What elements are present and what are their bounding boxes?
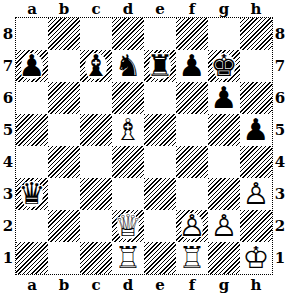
square-d6[interactable] xyxy=(112,82,144,114)
rank-labels-left: 87654321 xyxy=(0,18,16,274)
square-d8[interactable] xyxy=(112,18,144,50)
white-pawn-h3: ♙ xyxy=(240,178,272,210)
square-h4[interactable] xyxy=(240,146,272,178)
square-c3[interactable] xyxy=(80,178,112,210)
piece-glyph: ♞ xyxy=(115,50,142,82)
square-h6[interactable] xyxy=(240,82,272,114)
piece-glyph: ♗ xyxy=(115,114,142,146)
piece-glyph: ♚ xyxy=(211,50,238,82)
file-label-bottom-g: g xyxy=(208,274,240,295)
square-b4[interactable] xyxy=(48,146,80,178)
file-label-bottom-a: a xyxy=(16,274,48,295)
square-c5[interactable] xyxy=(80,114,112,146)
white-rook-f1: ♖ xyxy=(176,242,208,274)
square-a6[interactable] xyxy=(16,82,48,114)
square-g6[interactable]: ♟ xyxy=(208,82,240,114)
rank-label-left-1: 1 xyxy=(0,242,16,274)
square-c4[interactable] xyxy=(80,146,112,178)
rank-labels-right: 87654321 xyxy=(272,18,288,274)
square-h3[interactable]: ♙ xyxy=(240,178,272,210)
file-label-top-g: g xyxy=(208,0,240,18)
square-a4[interactable] xyxy=(16,146,48,178)
square-c2[interactable] xyxy=(80,210,112,242)
file-label-bottom-c: c xyxy=(80,274,112,295)
square-c6[interactable] xyxy=(80,82,112,114)
rank-label-left-7: 7 xyxy=(0,50,16,82)
file-label-top-c: c xyxy=(80,0,112,18)
square-h5[interactable]: ♟ xyxy=(240,114,272,146)
square-d5[interactable]: ♗ xyxy=(112,114,144,146)
square-f6[interactable] xyxy=(176,82,208,114)
file-label-top-a: a xyxy=(16,0,48,18)
chess-board: ♟♝♞♜♟♚♟♗♟♛♙♕♙♙♖♖♔ xyxy=(16,18,272,274)
rank-label-right-6: 6 xyxy=(272,82,288,114)
square-c7[interactable]: ♝ xyxy=(80,50,112,82)
black-knight-d7: ♞ xyxy=(112,50,144,82)
rank-label-left-5: 5 xyxy=(0,114,16,146)
file-label-top-h: h xyxy=(240,0,272,18)
rank-label-right-1: 1 xyxy=(272,242,288,274)
square-f7[interactable]: ♟ xyxy=(176,50,208,82)
black-rook-e7: ♜ xyxy=(144,50,176,82)
square-f8[interactable] xyxy=(176,18,208,50)
file-label-top-b: b xyxy=(48,0,80,18)
square-b3[interactable] xyxy=(48,178,80,210)
rank-label-left-8: 8 xyxy=(0,18,16,50)
square-f1[interactable]: ♖ xyxy=(176,242,208,274)
piece-glyph: ♖ xyxy=(179,242,206,274)
square-h8[interactable] xyxy=(240,18,272,50)
square-g7[interactable]: ♚ xyxy=(208,50,240,82)
rank-label-left-6: 6 xyxy=(0,82,16,114)
piece-glyph: ♖ xyxy=(115,242,142,274)
file-label-bottom-b: b xyxy=(48,274,80,295)
square-e8[interactable] xyxy=(144,18,176,50)
file-label-bottom-d: d xyxy=(112,274,144,295)
square-e1[interactable] xyxy=(144,242,176,274)
white-bishop-d5: ♗ xyxy=(112,114,144,146)
rank-label-right-7: 7 xyxy=(272,50,288,82)
black-pawn-h5: ♟ xyxy=(240,114,272,146)
piece-glyph: ♟ xyxy=(179,50,206,82)
file-label-top-d: d xyxy=(112,0,144,18)
square-f5[interactable] xyxy=(176,114,208,146)
square-d7[interactable]: ♞ xyxy=(112,50,144,82)
square-b6[interactable] xyxy=(48,82,80,114)
rank-label-left-3: 3 xyxy=(0,178,16,210)
piece-glyph: ♙ xyxy=(179,210,206,242)
square-f3[interactable] xyxy=(176,178,208,210)
piece-glyph: ♜ xyxy=(147,50,174,82)
square-a7[interactable]: ♟ xyxy=(16,50,48,82)
white-queen-d2: ♕ xyxy=(112,210,144,242)
file-label-bottom-h: h xyxy=(240,274,272,295)
rank-label-right-4: 4 xyxy=(272,146,288,178)
square-g2[interactable]: ♙ xyxy=(208,210,240,242)
piece-glyph: ♕ xyxy=(115,210,142,242)
black-king-g7: ♚ xyxy=(208,50,240,82)
square-b1[interactable] xyxy=(48,242,80,274)
square-f4[interactable] xyxy=(176,146,208,178)
square-a3[interactable]: ♛ xyxy=(16,178,48,210)
square-a8[interactable] xyxy=(16,18,48,50)
square-g3[interactable] xyxy=(208,178,240,210)
piece-glyph: ♟ xyxy=(211,82,238,114)
square-e7[interactable]: ♜ xyxy=(144,50,176,82)
square-e3[interactable] xyxy=(144,178,176,210)
black-pawn-f7: ♟ xyxy=(176,50,208,82)
piece-glyph: ♟ xyxy=(243,114,270,146)
square-h7[interactable] xyxy=(240,50,272,82)
file-label-bottom-f: f xyxy=(176,274,208,295)
square-b5[interactable] xyxy=(48,114,80,146)
black-bishop-c7: ♝ xyxy=(80,50,112,82)
piece-glyph: ♝ xyxy=(83,50,110,82)
square-e4[interactable] xyxy=(144,146,176,178)
black-pawn-a7: ♟ xyxy=(16,50,48,82)
file-label-bottom-e: e xyxy=(144,274,176,295)
file-label-top-f: f xyxy=(176,0,208,18)
white-king-h1: ♔ xyxy=(240,242,272,274)
square-g1[interactable] xyxy=(208,242,240,274)
square-d4[interactable] xyxy=(112,146,144,178)
square-a2[interactable] xyxy=(16,210,48,242)
square-e6[interactable] xyxy=(144,82,176,114)
square-b2[interactable] xyxy=(48,210,80,242)
white-pawn-g2: ♙ xyxy=(208,210,240,242)
square-h1[interactable]: ♔ xyxy=(240,242,272,274)
square-c1[interactable] xyxy=(80,242,112,274)
square-e5[interactable] xyxy=(144,114,176,146)
rank-label-left-4: 4 xyxy=(0,146,16,178)
rank-label-right-5: 5 xyxy=(272,114,288,146)
file-label-top-e: e xyxy=(144,0,176,18)
square-d2[interactable]: ♕ xyxy=(112,210,144,242)
black-pawn-g6: ♟ xyxy=(208,82,240,114)
square-a5[interactable] xyxy=(16,114,48,146)
square-e2[interactable] xyxy=(144,210,176,242)
white-pawn-f2: ♙ xyxy=(176,210,208,242)
white-rook-d1: ♖ xyxy=(112,242,144,274)
square-d1[interactable]: ♖ xyxy=(112,242,144,274)
file-labels-bottom: abcdefgh xyxy=(16,274,272,295)
square-h2[interactable] xyxy=(240,210,272,242)
square-g5[interactable] xyxy=(208,114,240,146)
square-b7[interactable] xyxy=(48,50,80,82)
square-c8[interactable] xyxy=(80,18,112,50)
square-g8[interactable] xyxy=(208,18,240,50)
square-d3[interactable] xyxy=(112,178,144,210)
piece-glyph: ♟ xyxy=(19,50,46,82)
piece-glyph: ♔ xyxy=(243,242,270,274)
rank-label-right-8: 8 xyxy=(272,18,288,50)
black-queen-a3: ♛ xyxy=(16,178,48,210)
rank-label-right-2: 2 xyxy=(272,210,288,242)
piece-glyph: ♙ xyxy=(211,210,238,242)
square-a1[interactable] xyxy=(16,242,48,274)
square-f2[interactable]: ♙ xyxy=(176,210,208,242)
file-labels-top: abcdefgh xyxy=(16,0,272,18)
rank-label-left-2: 2 xyxy=(0,210,16,242)
square-b8[interactable] xyxy=(48,18,80,50)
square-g4[interactable] xyxy=(208,146,240,178)
piece-glyph: ♙ xyxy=(243,178,270,210)
piece-glyph: ♛ xyxy=(19,178,46,210)
chess-diagram: abcdefgh abcdefgh 87654321 87654321 ♟♝♞♜… xyxy=(0,0,288,295)
rank-label-right-3: 3 xyxy=(272,178,288,210)
